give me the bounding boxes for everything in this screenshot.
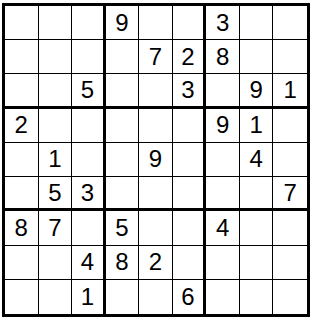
cell-r3c4[interactable]	[106, 74, 140, 108]
cell-r3c9[interactable]: 1	[273, 74, 307, 108]
cell-r4c9[interactable]	[273, 109, 307, 143]
cell-r1c9[interactable]	[273, 6, 307, 40]
cell-r1c1[interactable]	[5, 6, 39, 40]
cell-r2c8[interactable]	[240, 40, 274, 74]
cell-r5c9[interactable]	[273, 143, 307, 177]
cell-r2c4[interactable]	[106, 40, 140, 74]
cell-r2c5[interactable]: 7	[139, 40, 173, 74]
cell-r3c5[interactable]	[139, 74, 173, 108]
cell-r3c1[interactable]	[5, 74, 39, 108]
cell-r8c4[interactable]: 8	[106, 246, 140, 280]
cell-r1c4[interactable]: 9	[106, 6, 140, 40]
cell-r6c9[interactable]: 7	[273, 177, 307, 211]
sudoku-board: 937285391291194537875448216	[2, 3, 310, 317]
cell-r7c8[interactable]	[240, 211, 274, 245]
cell-r2c1[interactable]	[5, 40, 39, 74]
cell-r9c7[interactable]	[206, 280, 240, 314]
cell-r4c5[interactable]	[139, 109, 173, 143]
cell-r2c2[interactable]	[39, 40, 73, 74]
cell-r2c6[interactable]: 2	[173, 40, 207, 74]
cell-r3c7[interactable]	[206, 74, 240, 108]
sudoku-page: 937285391291194537875448216	[0, 0, 312, 320]
cell-r3c2[interactable]	[39, 74, 73, 108]
cell-r6c7[interactable]	[206, 177, 240, 211]
cell-r6c6[interactable]	[173, 177, 207, 211]
cell-r6c2[interactable]: 5	[39, 177, 73, 211]
cell-r4c1[interactable]: 2	[5, 109, 39, 143]
cell-r2c3[interactable]	[72, 40, 106, 74]
cell-r2c7[interactable]: 8	[206, 40, 240, 74]
cell-r9c3[interactable]: 1	[72, 280, 106, 314]
cell-r7c1[interactable]: 8	[5, 211, 39, 245]
cell-r1c8[interactable]	[240, 6, 274, 40]
cell-r7c9[interactable]	[273, 211, 307, 245]
cell-r7c4[interactable]: 5	[106, 211, 140, 245]
cell-r7c3[interactable]	[72, 211, 106, 245]
cell-r8c8[interactable]	[240, 246, 274, 280]
cell-r9c9[interactable]	[273, 280, 307, 314]
cell-r4c8[interactable]: 1	[240, 109, 274, 143]
cell-r1c5[interactable]	[139, 6, 173, 40]
cell-r9c6[interactable]: 6	[173, 280, 207, 314]
cell-r9c8[interactable]	[240, 280, 274, 314]
cell-r4c3[interactable]	[72, 109, 106, 143]
cell-r1c7[interactable]: 3	[206, 6, 240, 40]
cell-r2c9[interactable]	[273, 40, 307, 74]
cell-r9c4[interactable]	[106, 280, 140, 314]
cell-r3c8[interactable]: 9	[240, 74, 274, 108]
cell-r4c4[interactable]	[106, 109, 140, 143]
cell-r1c6[interactable]	[173, 6, 207, 40]
cell-r9c1[interactable]	[5, 280, 39, 314]
cell-r5c6[interactable]	[173, 143, 207, 177]
cell-r7c2[interactable]: 7	[39, 211, 73, 245]
cell-r4c6[interactable]	[173, 109, 207, 143]
cell-r8c6[interactable]	[173, 246, 207, 280]
cell-r7c5[interactable]	[139, 211, 173, 245]
cell-r1c3[interactable]	[72, 6, 106, 40]
cell-r6c3[interactable]: 3	[72, 177, 106, 211]
cell-r6c8[interactable]	[240, 177, 274, 211]
cell-r1c2[interactable]	[39, 6, 73, 40]
cell-r4c7[interactable]: 9	[206, 109, 240, 143]
cell-r6c1[interactable]	[5, 177, 39, 211]
cell-r8c1[interactable]	[5, 246, 39, 280]
cell-r6c4[interactable]	[106, 177, 140, 211]
cell-r5c5[interactable]: 9	[139, 143, 173, 177]
cell-r8c2[interactable]	[39, 246, 73, 280]
cell-r3c3[interactable]: 5	[72, 74, 106, 108]
cell-r5c4[interactable]	[106, 143, 140, 177]
cell-r5c1[interactable]	[5, 143, 39, 177]
cell-r7c6[interactable]	[173, 211, 207, 245]
cell-r8c9[interactable]	[273, 246, 307, 280]
cell-r5c8[interactable]: 4	[240, 143, 274, 177]
cell-r4c2[interactable]	[39, 109, 73, 143]
cell-r8c7[interactable]	[206, 246, 240, 280]
cell-r7c7[interactable]: 4	[206, 211, 240, 245]
cell-r8c3[interactable]: 4	[72, 246, 106, 280]
cell-r5c7[interactable]	[206, 143, 240, 177]
cell-r5c3[interactable]	[72, 143, 106, 177]
cell-r5c2[interactable]: 1	[39, 143, 73, 177]
cell-r8c5[interactable]: 2	[139, 246, 173, 280]
cell-r3c6[interactable]: 3	[173, 74, 207, 108]
cell-r6c5[interactable]	[139, 177, 173, 211]
cell-r9c2[interactable]	[39, 280, 73, 314]
cell-r9c5[interactable]	[139, 280, 173, 314]
